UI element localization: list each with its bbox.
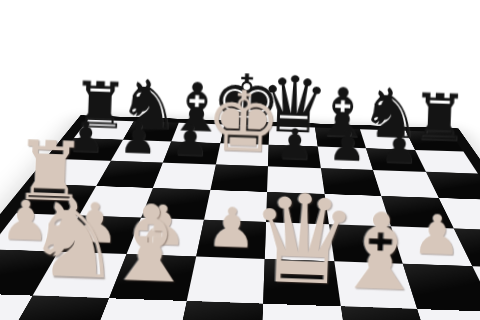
square-d2	[174, 301, 263, 320]
white-king: ♚	[204, 79, 282, 165]
square-g7: ♟	[366, 148, 426, 172]
white-bishop: ♝	[101, 190, 199, 299]
square-h6	[426, 172, 480, 200]
square-a2	[0, 293, 32, 320]
square-d7: ♚	[215, 143, 268, 166]
chess-scene: ♜♞♝♚♛♝♞♜♟♟♟♚♟♟♟♜♟♟♟♟♟♞♝♛♝♞	[0, 0, 480, 320]
white-bishop: ♝	[331, 198, 429, 307]
square-h7	[415, 150, 478, 174]
chessboard: ♜♞♝♚♛♝♞♜♟♟♟♚♟♟♟♜♟♟♟♟♟♞♝♛♝♞	[0, 115, 480, 320]
square-b7: ♟	[110, 140, 171, 163]
square-e3: ♛	[263, 259, 340, 307]
square-f3: ♝	[334, 261, 418, 309]
black-rook: ♜	[410, 85, 469, 151]
black-pawn: ♟	[380, 127, 419, 170]
square-f7: ♟	[317, 146, 373, 170]
black-pawn: ♟	[275, 123, 314, 166]
square-g2	[417, 309, 480, 320]
square-c3: ♝	[109, 254, 196, 301]
square-e7: ♟	[268, 145, 321, 169]
black-pawn: ♟	[119, 118, 158, 161]
black-pawn: ♟	[328, 125, 367, 168]
square-e2	[261, 304, 348, 320]
